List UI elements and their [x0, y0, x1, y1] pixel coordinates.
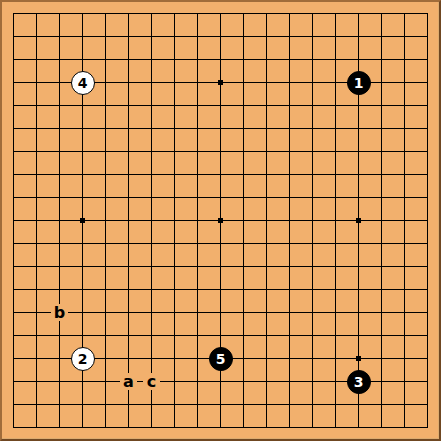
board-point — [209, 140, 232, 163]
board-point — [347, 301, 370, 324]
board-point — [48, 140, 71, 163]
board-point — [416, 232, 439, 255]
board-point — [48, 163, 71, 186]
board-point — [301, 324, 324, 347]
board-point — [370, 232, 393, 255]
board-point — [186, 71, 209, 94]
board-point — [2, 324, 25, 347]
board-point — [25, 370, 48, 393]
board-point — [186, 25, 209, 48]
board-point — [301, 2, 324, 25]
board-point — [71, 186, 94, 209]
board-point — [94, 2, 117, 25]
star-point — [80, 218, 85, 223]
board-point — [324, 140, 347, 163]
board-point — [255, 2, 278, 25]
board-point — [278, 209, 301, 232]
board-point: 4 — [71, 71, 94, 94]
board-point — [232, 94, 255, 117]
board-point — [25, 393, 48, 416]
board-point — [186, 140, 209, 163]
board-point — [209, 393, 232, 416]
board-point — [25, 48, 48, 71]
board-point — [324, 25, 347, 48]
board-point — [186, 370, 209, 393]
board-point — [140, 301, 163, 324]
board-point — [25, 2, 48, 25]
board-point — [2, 94, 25, 117]
board-point — [71, 117, 94, 140]
board-point — [370, 25, 393, 48]
board-point — [255, 48, 278, 71]
board-point — [117, 117, 140, 140]
board-point — [2, 301, 25, 324]
board-point — [324, 416, 347, 439]
board-point — [2, 2, 25, 25]
board-point — [117, 186, 140, 209]
board-point — [393, 140, 416, 163]
board-point — [117, 324, 140, 347]
board-point — [94, 347, 117, 370]
board-point — [94, 117, 117, 140]
point-label-c: c — [143, 373, 160, 390]
board-point — [347, 163, 370, 186]
board-point — [48, 393, 71, 416]
board-point — [186, 255, 209, 278]
board-point — [48, 209, 71, 232]
board-point — [416, 416, 439, 439]
board-point — [140, 324, 163, 347]
board-point — [48, 186, 71, 209]
board-point — [393, 393, 416, 416]
board-point — [255, 186, 278, 209]
board-point — [209, 278, 232, 301]
board-point — [370, 163, 393, 186]
board-point — [71, 94, 94, 117]
board-point — [301, 117, 324, 140]
board-point — [347, 186, 370, 209]
star-point — [218, 80, 223, 85]
board-point — [393, 186, 416, 209]
board-point — [94, 25, 117, 48]
board-point — [48, 117, 71, 140]
board-point — [370, 140, 393, 163]
stone-black-3: 3 — [347, 370, 371, 394]
board-point — [324, 48, 347, 71]
board-point — [255, 393, 278, 416]
board-point — [301, 393, 324, 416]
board-point — [255, 117, 278, 140]
board-point — [347, 117, 370, 140]
board-point — [278, 186, 301, 209]
board-point — [209, 232, 232, 255]
board-point — [301, 232, 324, 255]
board-point — [71, 25, 94, 48]
board-point — [416, 255, 439, 278]
board-point — [2, 140, 25, 163]
board-point — [232, 393, 255, 416]
board-point: 5 — [209, 347, 232, 370]
board-point — [278, 370, 301, 393]
board-point — [370, 209, 393, 232]
board-point — [347, 2, 370, 25]
board-point — [163, 232, 186, 255]
board-point — [324, 209, 347, 232]
board-point — [255, 94, 278, 117]
board-point — [117, 393, 140, 416]
board-point — [209, 186, 232, 209]
star-point — [356, 356, 361, 361]
board-point — [117, 163, 140, 186]
board-point — [232, 71, 255, 94]
board-point — [324, 2, 347, 25]
board-point — [393, 232, 416, 255]
board-point — [25, 255, 48, 278]
board-point — [370, 117, 393, 140]
board-point — [324, 278, 347, 301]
board-point — [2, 347, 25, 370]
board-point — [393, 48, 416, 71]
board-point — [117, 347, 140, 370]
board-point — [140, 186, 163, 209]
board-point — [163, 278, 186, 301]
board-point — [94, 232, 117, 255]
board-point — [393, 209, 416, 232]
board-point — [416, 347, 439, 370]
board-point — [71, 232, 94, 255]
board-point — [25, 347, 48, 370]
board-point — [140, 278, 163, 301]
board-point — [232, 2, 255, 25]
board-point — [232, 370, 255, 393]
board-point — [71, 393, 94, 416]
board-point — [278, 140, 301, 163]
board-point — [416, 301, 439, 324]
board-point — [48, 232, 71, 255]
board-point — [255, 25, 278, 48]
board-point — [232, 186, 255, 209]
board-point — [48, 370, 71, 393]
board-point — [324, 393, 347, 416]
board-point — [393, 94, 416, 117]
board-point — [117, 416, 140, 439]
board-point — [209, 209, 232, 232]
board-point — [140, 48, 163, 71]
board-point — [324, 186, 347, 209]
board-point — [370, 324, 393, 347]
board-point — [25, 94, 48, 117]
board-point — [163, 209, 186, 232]
board-point — [324, 347, 347, 370]
board-point — [416, 94, 439, 117]
board-point — [48, 48, 71, 71]
board-point — [48, 2, 71, 25]
board-point — [2, 255, 25, 278]
board-point — [232, 163, 255, 186]
star-point — [218, 218, 223, 223]
board-point — [2, 370, 25, 393]
board-point — [416, 48, 439, 71]
board-point — [163, 48, 186, 71]
board-point — [324, 163, 347, 186]
board-point — [2, 393, 25, 416]
board-point — [416, 163, 439, 186]
board-point — [324, 255, 347, 278]
board-point — [71, 140, 94, 163]
board-point — [25, 416, 48, 439]
board-point — [2, 48, 25, 71]
board-point — [301, 94, 324, 117]
board-point — [163, 163, 186, 186]
board-point — [71, 255, 94, 278]
board-point — [48, 416, 71, 439]
board-point — [347, 232, 370, 255]
go-board: 41b25ac3 — [2, 2, 439, 439]
board-point — [117, 25, 140, 48]
board-point — [255, 324, 278, 347]
board-point — [140, 2, 163, 25]
board-point — [232, 347, 255, 370]
point-label-b: b — [51, 304, 68, 321]
board-point — [347, 324, 370, 347]
board-point — [48, 25, 71, 48]
board-point — [94, 140, 117, 163]
board-point — [232, 255, 255, 278]
board-point — [48, 278, 71, 301]
board-point — [209, 163, 232, 186]
board-point — [416, 209, 439, 232]
board-point — [2, 232, 25, 255]
board-point — [370, 347, 393, 370]
board-point — [324, 94, 347, 117]
star-point — [356, 218, 361, 223]
board-point — [370, 186, 393, 209]
board-point — [416, 370, 439, 393]
board-point — [232, 324, 255, 347]
board-point — [416, 393, 439, 416]
board-point — [393, 301, 416, 324]
board-point — [393, 324, 416, 347]
board-point — [370, 94, 393, 117]
board-point — [393, 25, 416, 48]
point-label-a: a — [120, 373, 137, 390]
board-point — [278, 416, 301, 439]
board-point — [209, 324, 232, 347]
board-point — [186, 301, 209, 324]
board-point — [209, 370, 232, 393]
board-point — [209, 25, 232, 48]
board-point — [71, 163, 94, 186]
board-point — [140, 71, 163, 94]
board-point — [209, 416, 232, 439]
board-point — [232, 301, 255, 324]
board-point — [2, 278, 25, 301]
board-point — [278, 324, 301, 347]
stone-white-4: 4 — [71, 71, 95, 95]
board-point — [370, 71, 393, 94]
board-point — [186, 163, 209, 186]
board-point — [2, 71, 25, 94]
board-point — [140, 25, 163, 48]
board-point — [393, 255, 416, 278]
board-point — [370, 301, 393, 324]
board-point — [140, 416, 163, 439]
board-point — [416, 25, 439, 48]
board-point — [163, 25, 186, 48]
board-point — [255, 255, 278, 278]
board-point — [232, 140, 255, 163]
board-point — [255, 416, 278, 439]
board-point — [278, 232, 301, 255]
board-point — [48, 94, 71, 117]
board-point — [25, 163, 48, 186]
board-point — [301, 416, 324, 439]
board-point — [370, 416, 393, 439]
board-point — [71, 416, 94, 439]
board-point — [301, 186, 324, 209]
board-point — [25, 25, 48, 48]
board-point — [163, 117, 186, 140]
board-point — [209, 301, 232, 324]
board-point — [140, 117, 163, 140]
board-point — [209, 2, 232, 25]
board-point — [71, 370, 94, 393]
board-point — [2, 186, 25, 209]
board-point — [301, 140, 324, 163]
board-point — [163, 370, 186, 393]
board-point — [370, 278, 393, 301]
board-point — [25, 232, 48, 255]
board-point — [71, 48, 94, 71]
board-point — [163, 347, 186, 370]
stone-black-1: 1 — [347, 71, 371, 95]
board-point — [324, 370, 347, 393]
board-point — [25, 278, 48, 301]
board-point — [94, 71, 117, 94]
board-point — [278, 278, 301, 301]
board-point — [140, 163, 163, 186]
board-point — [94, 278, 117, 301]
board-point — [416, 140, 439, 163]
board-point — [117, 48, 140, 71]
board-point — [163, 2, 186, 25]
board-point — [324, 71, 347, 94]
board-point — [301, 71, 324, 94]
board-point — [232, 117, 255, 140]
board-point — [347, 94, 370, 117]
board-point — [2, 209, 25, 232]
board-point — [186, 278, 209, 301]
board-point: c — [140, 370, 163, 393]
board-point — [347, 393, 370, 416]
board-point — [48, 255, 71, 278]
board-point — [163, 416, 186, 439]
board-point — [324, 232, 347, 255]
board-point — [232, 48, 255, 71]
board-point — [94, 370, 117, 393]
board-point — [416, 324, 439, 347]
board-point: b — [48, 301, 71, 324]
board-point — [94, 255, 117, 278]
board-point — [232, 416, 255, 439]
board-point — [301, 48, 324, 71]
board-point: 1 — [347, 71, 370, 94]
board-point — [71, 2, 94, 25]
board-point — [324, 117, 347, 140]
board-point — [278, 25, 301, 48]
board-point — [232, 25, 255, 48]
board-point — [94, 393, 117, 416]
board-point — [255, 163, 278, 186]
board-point — [140, 255, 163, 278]
board-point — [94, 48, 117, 71]
board-point — [25, 117, 48, 140]
board-point — [25, 301, 48, 324]
board-point — [117, 71, 140, 94]
board-point — [301, 163, 324, 186]
board-point — [416, 117, 439, 140]
board-point — [416, 278, 439, 301]
board-point — [186, 324, 209, 347]
board-point — [209, 255, 232, 278]
board-point — [94, 209, 117, 232]
board-point — [416, 2, 439, 25]
go-board-frame: 41b25ac3 — [0, 0, 441, 441]
board-point — [301, 347, 324, 370]
board-point — [25, 186, 48, 209]
board-point — [25, 324, 48, 347]
board-point — [347, 140, 370, 163]
board-point — [370, 48, 393, 71]
board-point — [370, 393, 393, 416]
board-point — [94, 94, 117, 117]
board-point — [48, 324, 71, 347]
board-point — [278, 163, 301, 186]
board-point — [393, 416, 416, 439]
board-point — [347, 48, 370, 71]
board-point — [186, 209, 209, 232]
board-point — [117, 232, 140, 255]
board-point: 2 — [71, 347, 94, 370]
board-point — [71, 278, 94, 301]
board-point — [48, 71, 71, 94]
board-point — [186, 48, 209, 71]
board-point — [186, 416, 209, 439]
board-point — [186, 347, 209, 370]
board-point — [393, 71, 416, 94]
board-point — [186, 2, 209, 25]
stone-black-5: 5 — [209, 347, 233, 371]
board-point — [278, 117, 301, 140]
board-point — [163, 71, 186, 94]
board-point — [324, 301, 347, 324]
board-point — [140, 232, 163, 255]
board-point — [278, 347, 301, 370]
board-point — [209, 71, 232, 94]
board-point — [186, 94, 209, 117]
stone-white-2: 2 — [71, 347, 95, 371]
board-point — [278, 255, 301, 278]
board-point — [163, 301, 186, 324]
board-point — [117, 278, 140, 301]
board-point — [163, 255, 186, 278]
board-point — [301, 255, 324, 278]
board-point — [370, 255, 393, 278]
board-point — [416, 71, 439, 94]
board-point — [25, 71, 48, 94]
board-point — [186, 117, 209, 140]
board-point — [48, 347, 71, 370]
